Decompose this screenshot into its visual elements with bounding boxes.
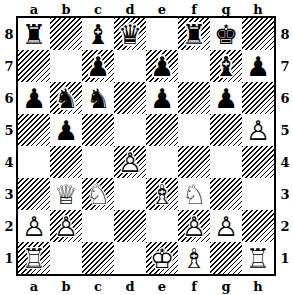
file-label-b: b xyxy=(50,278,82,294)
square-h8[interactable] xyxy=(242,18,274,50)
white-pawn: ♟♙ xyxy=(178,210,210,242)
square-f1[interactable]: ♝♗ xyxy=(178,242,210,274)
white-pawn: ♟♙ xyxy=(18,210,50,242)
piece-glyph: ♕ xyxy=(50,178,82,210)
piece-glyph: ♚ xyxy=(210,18,242,50)
square-h7[interactable]: ♟ xyxy=(242,50,274,82)
square-b5[interactable]: ♟ xyxy=(50,114,82,146)
file-label-c: c xyxy=(82,278,114,294)
square-e3[interactable]: ♝♗ xyxy=(146,178,178,210)
square-b2[interactable]: ♟♙ xyxy=(50,210,82,242)
square-c5[interactable] xyxy=(82,114,114,146)
square-c6[interactable]: ♞ xyxy=(82,82,114,114)
square-g3[interactable] xyxy=(210,178,242,210)
black-rook: ♜ xyxy=(178,18,210,50)
piece-glyph: ♟ xyxy=(50,114,82,146)
square-a8[interactable]: ♜ xyxy=(18,18,50,50)
square-g6[interactable]: ♟ xyxy=(210,82,242,114)
rank-label-4: 4 xyxy=(1,146,17,178)
square-a3[interactable] xyxy=(18,178,50,210)
square-h6[interactable] xyxy=(242,82,274,114)
square-d7[interactable] xyxy=(114,50,146,82)
ranks-left: 87654321 xyxy=(1,18,17,274)
black-pawn: ♟ xyxy=(242,50,274,82)
rank-label-5: 5 xyxy=(1,114,17,146)
rank-label-3: 3 xyxy=(277,178,293,210)
rank-label-7: 7 xyxy=(1,50,17,82)
file-label-c: c xyxy=(82,1,114,17)
rank-label-7: 7 xyxy=(277,50,293,82)
square-e7[interactable]: ♟ xyxy=(146,50,178,82)
square-c8[interactable]: ♝ xyxy=(82,18,114,50)
square-d5[interactable] xyxy=(114,114,146,146)
piece-glyph: ♟ xyxy=(146,82,178,114)
piece-glyph: ♟ xyxy=(18,82,50,114)
file-label-h: h xyxy=(242,278,274,294)
square-f2[interactable]: ♟♙ xyxy=(178,210,210,242)
square-d2[interactable] xyxy=(114,210,146,242)
piece-glyph: ♟ xyxy=(146,50,178,82)
square-d3[interactable] xyxy=(114,178,146,210)
black-bishop: ♝ xyxy=(210,50,242,82)
piece-glyph: ♙ xyxy=(50,210,82,242)
square-a4[interactable] xyxy=(18,146,50,178)
square-c3[interactable]: ♞♘ xyxy=(82,178,114,210)
square-h4[interactable] xyxy=(242,146,274,178)
black-bishop: ♝ xyxy=(82,18,114,50)
white-pawn: ♟♙ xyxy=(114,146,146,178)
square-c1[interactable] xyxy=(82,242,114,274)
square-c2[interactable] xyxy=(82,210,114,242)
piece-glyph: ♟ xyxy=(210,82,242,114)
white-knight: ♞♘ xyxy=(82,178,114,210)
square-e5[interactable] xyxy=(146,114,178,146)
white-queen: ♛♕ xyxy=(50,178,82,210)
square-g2[interactable]: ♟♙ xyxy=(210,210,242,242)
square-a7[interactable] xyxy=(18,50,50,82)
square-d1[interactable] xyxy=(114,242,146,274)
black-pawn: ♟ xyxy=(82,50,114,82)
square-g7[interactable]: ♝ xyxy=(210,50,242,82)
file-label-g: g xyxy=(210,1,242,17)
black-rook: ♜ xyxy=(18,18,50,50)
rank-label-2: 2 xyxy=(277,210,293,242)
file-label-h: h xyxy=(242,1,274,17)
black-pawn: ♟ xyxy=(210,82,242,114)
black-pawn: ♟ xyxy=(50,114,82,146)
square-e6[interactable]: ♟ xyxy=(146,82,178,114)
black-knight: ♞ xyxy=(50,82,82,114)
file-label-a: a xyxy=(18,1,50,17)
square-b7[interactable] xyxy=(50,50,82,82)
chess-diagram: abcdefgh 87654321 87654321 abcdefgh ♜♝♛♜… xyxy=(0,0,293,295)
rank-label-8: 8 xyxy=(277,18,293,50)
square-f3[interactable]: ♞♘ xyxy=(178,178,210,210)
files-top: abcdefgh xyxy=(18,1,274,17)
piece-glyph: ♘ xyxy=(82,178,114,210)
square-b8[interactable] xyxy=(50,18,82,50)
square-h5[interactable]: ♟♙ xyxy=(242,114,274,146)
rank-label-2: 2 xyxy=(1,210,17,242)
file-label-g: g xyxy=(210,278,242,294)
square-b1[interactable] xyxy=(50,242,82,274)
square-a1[interactable]: ♜♖ xyxy=(18,242,50,274)
piece-glyph: ♗ xyxy=(178,242,210,274)
file-label-e: e xyxy=(146,1,178,17)
square-b3[interactable]: ♛♕ xyxy=(50,178,82,210)
square-b6[interactable]: ♞ xyxy=(50,82,82,114)
square-e2[interactable] xyxy=(146,210,178,242)
black-king: ♚ xyxy=(210,18,242,50)
white-pawn: ♟♙ xyxy=(242,114,274,146)
rank-label-1: 1 xyxy=(277,242,293,274)
piece-glyph: ♙ xyxy=(242,114,274,146)
square-g4[interactable] xyxy=(210,146,242,178)
chess-board: ♜♝♛♜♚♟♟♝♟♟♞♞♟♟♟♟♙♟♙♛♕♞♘♝♗♞♘♟♙♟♙♟♙♟♙♜♖♚♔♝… xyxy=(16,16,276,276)
square-c4[interactable] xyxy=(82,146,114,178)
square-d8[interactable]: ♛ xyxy=(114,18,146,50)
piece-glyph: ♟ xyxy=(242,50,274,82)
square-g8[interactable]: ♚ xyxy=(210,18,242,50)
square-f8[interactable]: ♜ xyxy=(178,18,210,50)
white-rook: ♜♖ xyxy=(242,242,274,274)
piece-glyph: ♜ xyxy=(178,18,210,50)
piece-glyph: ♙ xyxy=(18,210,50,242)
piece-glyph: ♗ xyxy=(146,178,178,210)
white-pawn: ♟♙ xyxy=(50,210,82,242)
file-label-f: f xyxy=(178,1,210,17)
piece-glyph: ♔ xyxy=(146,242,178,274)
rank-label-4: 4 xyxy=(277,146,293,178)
square-h3[interactable] xyxy=(242,178,274,210)
piece-glyph: ♝ xyxy=(82,18,114,50)
square-e8[interactable] xyxy=(146,18,178,50)
white-pawn: ♟♙ xyxy=(210,210,242,242)
square-h2[interactable] xyxy=(242,210,274,242)
black-knight: ♞ xyxy=(82,82,114,114)
square-b4[interactable] xyxy=(50,146,82,178)
rank-label-1: 1 xyxy=(1,242,17,274)
file-label-a: a xyxy=(18,278,50,294)
file-label-d: d xyxy=(114,1,146,17)
file-label-f: f xyxy=(178,278,210,294)
square-a2[interactable]: ♟♙ xyxy=(18,210,50,242)
piece-glyph: ♖ xyxy=(18,242,50,274)
piece-glyph: ♞ xyxy=(82,82,114,114)
piece-glyph: ♙ xyxy=(210,210,242,242)
piece-glyph: ♙ xyxy=(114,146,146,178)
square-e1[interactable]: ♚♔ xyxy=(146,242,178,274)
piece-glyph: ♙ xyxy=(178,210,210,242)
white-bishop: ♝♗ xyxy=(146,178,178,210)
piece-glyph: ♝ xyxy=(210,50,242,82)
white-rook: ♜♖ xyxy=(18,242,50,274)
square-c7[interactable]: ♟ xyxy=(82,50,114,82)
rank-label-5: 5 xyxy=(277,114,293,146)
square-f6[interactable] xyxy=(178,82,210,114)
piece-glyph: ♜ xyxy=(18,18,50,50)
white-king: ♚♔ xyxy=(146,242,178,274)
black-pawn: ♟ xyxy=(146,82,178,114)
rank-label-8: 8 xyxy=(1,18,17,50)
rank-label-6: 6 xyxy=(1,82,17,114)
white-bishop: ♝♗ xyxy=(178,242,210,274)
black-queen: ♛ xyxy=(114,18,146,50)
square-f7[interactable] xyxy=(178,50,210,82)
piece-glyph: ♖ xyxy=(242,242,274,274)
black-pawn: ♟ xyxy=(146,50,178,82)
piece-glyph: ♘ xyxy=(178,178,210,210)
square-f4[interactable] xyxy=(178,146,210,178)
white-knight: ♞♘ xyxy=(178,178,210,210)
file-label-e: e xyxy=(146,278,178,294)
square-f5[interactable] xyxy=(178,114,210,146)
square-a6[interactable]: ♟ xyxy=(18,82,50,114)
square-h1[interactable]: ♜♖ xyxy=(242,242,274,274)
piece-glyph: ♛ xyxy=(114,18,146,50)
rank-label-6: 6 xyxy=(277,82,293,114)
square-e4[interactable] xyxy=(146,146,178,178)
file-label-b: b xyxy=(50,1,82,17)
square-g1[interactable] xyxy=(210,242,242,274)
square-g5[interactable] xyxy=(210,114,242,146)
square-d4[interactable]: ♟♙ xyxy=(114,146,146,178)
rank-label-3: 3 xyxy=(1,178,17,210)
square-d6[interactable] xyxy=(114,82,146,114)
ranks-right: 87654321 xyxy=(277,18,293,274)
piece-glyph: ♟ xyxy=(82,50,114,82)
piece-glyph: ♞ xyxy=(50,82,82,114)
file-label-d: d xyxy=(114,278,146,294)
black-pawn: ♟ xyxy=(18,82,50,114)
files-bottom: abcdefgh xyxy=(18,278,274,294)
square-a5[interactable] xyxy=(18,114,50,146)
